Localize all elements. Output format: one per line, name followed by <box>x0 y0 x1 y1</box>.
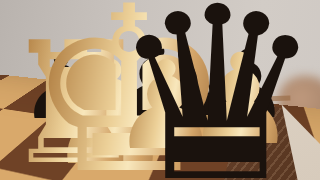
chess-photo-scene: ♟ ♟ ♟ ♝ ♞ ♟ ♟ ♟ ♜ ♚ ♟ ♛ <box>0 0 320 180</box>
black-queen-piece[interactable]: ♛ <box>109 0 320 180</box>
